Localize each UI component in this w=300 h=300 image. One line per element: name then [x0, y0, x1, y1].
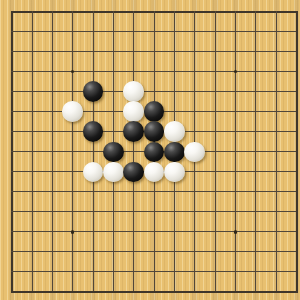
- intersection[interactable]: [42, 242, 62, 262]
- intersection[interactable]: [2, 282, 22, 300]
- intersection[interactable]: [2, 162, 22, 182]
- intersection[interactable]: [103, 242, 123, 262]
- intersection[interactable]: [266, 202, 286, 222]
- intersection[interactable]: [42, 162, 62, 182]
- intersection[interactable]: [2, 2, 22, 22]
- intersection[interactable]: [205, 82, 225, 102]
- intersection[interactable]: [22, 282, 42, 300]
- intersection[interactable]: [185, 182, 205, 202]
- intersection[interactable]: [185, 162, 205, 182]
- intersection[interactable]: [22, 242, 42, 262]
- intersection[interactable]: [286, 162, 300, 182]
- intersection[interactable]: [225, 222, 245, 242]
- intersection[interactable]: [205, 62, 225, 82]
- intersection[interactable]: [63, 22, 83, 42]
- white-stone: [144, 162, 165, 183]
- intersection[interactable]: [164, 82, 184, 102]
- intersection[interactable]: [266, 182, 286, 202]
- intersection[interactable]: [144, 22, 164, 42]
- intersection[interactable]: [205, 102, 225, 122]
- intersection[interactable]: [42, 222, 62, 242]
- intersection[interactable]: [63, 262, 83, 282]
- intersection[interactable]: [246, 242, 266, 262]
- intersection[interactable]: [22, 82, 42, 102]
- intersection[interactable]: [124, 162, 144, 182]
- intersection[interactable]: [286, 22, 300, 42]
- intersection[interactable]: [144, 62, 164, 82]
- intersection[interactable]: [83, 2, 103, 22]
- intersection[interactable]: [124, 102, 144, 122]
- intersection[interactable]: [164, 102, 184, 122]
- intersection[interactable]: [22, 262, 42, 282]
- intersection[interactable]: [2, 122, 22, 142]
- intersection[interactable]: [63, 142, 83, 162]
- intersection[interactable]: [144, 122, 164, 142]
- intersection[interactable]: [63, 2, 83, 22]
- intersection[interactable]: [185, 242, 205, 262]
- intersection[interactable]: [103, 162, 123, 182]
- intersection[interactable]: [246, 42, 266, 62]
- star-point: [71, 230, 74, 233]
- intersection[interactable]: [164, 282, 184, 300]
- intersection[interactable]: [246, 282, 266, 300]
- white-stone: [184, 142, 205, 163]
- intersection[interactable]: [266, 102, 286, 122]
- intersection[interactable]: [83, 242, 103, 262]
- intersection[interactable]: [185, 262, 205, 282]
- intersection[interactable]: [164, 222, 184, 242]
- intersection[interactable]: [22, 222, 42, 242]
- intersection[interactable]: [164, 162, 184, 182]
- intersection[interactable]: [83, 262, 103, 282]
- intersection[interactable]: [164, 142, 184, 162]
- intersection[interactable]: [205, 22, 225, 42]
- intersection[interactable]: [83, 182, 103, 202]
- intersection[interactable]: [144, 82, 164, 102]
- black-stone: [123, 121, 144, 142]
- intersection[interactable]: [42, 122, 62, 142]
- intersection[interactable]: [286, 122, 300, 142]
- intersection[interactable]: [42, 2, 62, 22]
- intersection[interactable]: [83, 82, 103, 102]
- intersection[interactable]: [205, 142, 225, 162]
- intersection[interactable]: [42, 262, 62, 282]
- intersection[interactable]: [164, 62, 184, 82]
- white-stone: [164, 121, 185, 142]
- intersection[interactable]: [124, 142, 144, 162]
- intersection[interactable]: [124, 222, 144, 242]
- intersection[interactable]: [144, 42, 164, 62]
- intersection[interactable]: [144, 242, 164, 262]
- intersection[interactable]: [83, 42, 103, 62]
- intersection[interactable]: [124, 262, 144, 282]
- intersection[interactable]: [266, 242, 286, 262]
- intersection[interactable]: [22, 2, 42, 22]
- intersection[interactable]: [266, 82, 286, 102]
- intersection[interactable]: [246, 22, 266, 42]
- intersection[interactable]: [164, 122, 184, 142]
- intersection[interactable]: [103, 42, 123, 62]
- intersection[interactable]: [103, 82, 123, 102]
- intersection[interactable]: [185, 142, 205, 162]
- intersection[interactable]: [225, 162, 245, 182]
- intersection[interactable]: [205, 2, 225, 22]
- intersection[interactable]: [83, 102, 103, 122]
- intersection[interactable]: [205, 222, 225, 242]
- white-stone: [103, 162, 124, 183]
- intersection[interactable]: [225, 262, 245, 282]
- intersection[interactable]: [205, 42, 225, 62]
- intersection[interactable]: [22, 62, 42, 82]
- star-point: [234, 230, 237, 233]
- intersection[interactable]: [225, 102, 245, 122]
- intersection[interactable]: [144, 282, 164, 300]
- intersection[interactable]: [246, 82, 266, 102]
- intersection[interactable]: [286, 42, 300, 62]
- intersection[interactable]: [164, 262, 184, 282]
- intersection[interactable]: [83, 62, 103, 82]
- intersection[interactable]: [103, 282, 123, 300]
- intersection[interactable]: [124, 22, 144, 42]
- intersection[interactable]: [63, 82, 83, 102]
- intersection[interactable]: [42, 282, 62, 300]
- intersection[interactable]: [286, 282, 300, 300]
- intersection[interactable]: [286, 262, 300, 282]
- intersection[interactable]: [22, 202, 42, 222]
- black-stone: [164, 142, 185, 163]
- intersection[interactable]: [124, 242, 144, 262]
- intersection[interactable]: [246, 222, 266, 242]
- intersection[interactable]: [266, 222, 286, 242]
- intersection[interactable]: [185, 102, 205, 122]
- intersection[interactable]: [63, 222, 83, 242]
- intersection[interactable]: [225, 22, 245, 42]
- intersection[interactable]: [205, 122, 225, 142]
- intersection[interactable]: [103, 262, 123, 282]
- intersection[interactable]: [103, 222, 123, 242]
- intersection[interactable]: [103, 22, 123, 42]
- white-stone: [123, 81, 144, 102]
- intersection[interactable]: [185, 2, 205, 22]
- intersection[interactable]: [22, 142, 42, 162]
- intersection[interactable]: [103, 202, 123, 222]
- intersection[interactable]: [144, 222, 164, 242]
- intersection[interactable]: [2, 42, 22, 62]
- go-board[interactable]: [0, 0, 300, 300]
- intersection[interactable]: [2, 82, 22, 102]
- intersection[interactable]: [42, 22, 62, 42]
- intersection[interactable]: [225, 142, 245, 162]
- intersection[interactable]: [2, 142, 22, 162]
- intersection[interactable]: [266, 2, 286, 22]
- intersection[interactable]: [164, 22, 184, 42]
- intersection[interactable]: [205, 262, 225, 282]
- intersection[interactable]: [286, 222, 300, 242]
- intersection[interactable]: [2, 262, 22, 282]
- intersection[interactable]: [164, 182, 184, 202]
- intersection[interactable]: [42, 102, 62, 122]
- intersection[interactable]: [63, 42, 83, 62]
- intersection[interactable]: [2, 242, 22, 262]
- black-stone: [83, 121, 104, 142]
- intersection[interactable]: [286, 142, 300, 162]
- intersection[interactable]: [22, 102, 42, 122]
- intersection[interactable]: [246, 122, 266, 142]
- intersection[interactable]: [286, 82, 300, 102]
- intersection[interactable]: [266, 22, 286, 42]
- intersection[interactable]: [124, 62, 144, 82]
- intersection[interactable]: [63, 162, 83, 182]
- intersection[interactable]: [2, 62, 22, 82]
- intersection[interactable]: [164, 242, 184, 262]
- board-intersections[interactable]: [2, 2, 300, 300]
- intersection[interactable]: [124, 282, 144, 300]
- intersection[interactable]: [83, 282, 103, 300]
- intersection[interactable]: [225, 2, 245, 22]
- intersection[interactable]: [63, 102, 83, 122]
- intersection[interactable]: [246, 262, 266, 282]
- intersection[interactable]: [124, 202, 144, 222]
- intersection[interactable]: [103, 182, 123, 202]
- intersection[interactable]: [286, 202, 300, 222]
- intersection[interactable]: [63, 242, 83, 262]
- intersection[interactable]: [42, 182, 62, 202]
- intersection[interactable]: [205, 242, 225, 262]
- intersection[interactable]: [185, 22, 205, 42]
- intersection[interactable]: [225, 82, 245, 102]
- intersection[interactable]: [144, 202, 164, 222]
- intersection[interactable]: [103, 102, 123, 122]
- intersection[interactable]: [266, 282, 286, 300]
- intersection[interactable]: [205, 282, 225, 300]
- intersection[interactable]: [2, 182, 22, 202]
- intersection[interactable]: [286, 2, 300, 22]
- intersection[interactable]: [103, 62, 123, 82]
- intersection[interactable]: [266, 142, 286, 162]
- white-stone: [164, 162, 185, 183]
- intersection[interactable]: [144, 262, 164, 282]
- black-stone: [103, 142, 124, 163]
- intersection[interactable]: [286, 62, 300, 82]
- intersection[interactable]: [225, 62, 245, 82]
- intersection[interactable]: [83, 202, 103, 222]
- intersection[interactable]: [225, 242, 245, 262]
- intersection[interactable]: [83, 122, 103, 142]
- intersection[interactable]: [144, 162, 164, 182]
- intersection[interactable]: [124, 182, 144, 202]
- intersection[interactable]: [42, 142, 62, 162]
- white-stone: [83, 162, 104, 183]
- intersection[interactable]: [185, 122, 205, 142]
- intersection[interactable]: [164, 2, 184, 22]
- intersection[interactable]: [22, 22, 42, 42]
- intersection[interactable]: [124, 2, 144, 22]
- intersection[interactable]: [266, 262, 286, 282]
- intersection[interactable]: [185, 42, 205, 62]
- intersection[interactable]: [246, 162, 266, 182]
- intersection[interactable]: [124, 122, 144, 142]
- star-point: [234, 70, 237, 73]
- intersection[interactable]: [42, 82, 62, 102]
- intersection[interactable]: [266, 42, 286, 62]
- black-stone: [83, 81, 104, 102]
- intersection[interactable]: [185, 282, 205, 300]
- intersection[interactable]: [103, 142, 123, 162]
- intersection[interactable]: [225, 42, 245, 62]
- white-stone: [62, 101, 83, 122]
- intersection[interactable]: [124, 82, 144, 102]
- intersection[interactable]: [42, 202, 62, 222]
- intersection[interactable]: [83, 142, 103, 162]
- intersection[interactable]: [63, 202, 83, 222]
- intersection[interactable]: [246, 2, 266, 22]
- intersection[interactable]: [83, 22, 103, 42]
- intersection[interactable]: [205, 162, 225, 182]
- intersection[interactable]: [246, 102, 266, 122]
- intersection[interactable]: [22, 42, 42, 62]
- intersection[interactable]: [144, 142, 164, 162]
- intersection[interactable]: [286, 182, 300, 202]
- intersection[interactable]: [246, 202, 266, 222]
- intersection[interactable]: [266, 122, 286, 142]
- intersection[interactable]: [124, 42, 144, 62]
- star-point: [71, 70, 74, 73]
- intersection[interactable]: [185, 82, 205, 102]
- intersection[interactable]: [164, 202, 184, 222]
- intersection[interactable]: [63, 282, 83, 300]
- intersection[interactable]: [185, 222, 205, 242]
- intersection[interactable]: [266, 162, 286, 182]
- intersection[interactable]: [164, 42, 184, 62]
- intersection[interactable]: [205, 182, 225, 202]
- intersection[interactable]: [2, 22, 22, 42]
- intersection[interactable]: [286, 242, 300, 262]
- intersection[interactable]: [144, 182, 164, 202]
- white-stone: [123, 101, 144, 122]
- intersection[interactable]: [144, 2, 164, 22]
- intersection[interactable]: [286, 102, 300, 122]
- intersection[interactable]: [144, 102, 164, 122]
- intersection[interactable]: [22, 162, 42, 182]
- black-stone: [144, 101, 165, 122]
- intersection[interactable]: [225, 282, 245, 300]
- intersection[interactable]: [103, 122, 123, 142]
- intersection[interactable]: [63, 182, 83, 202]
- intersection[interactable]: [225, 202, 245, 222]
- intersection[interactable]: [22, 182, 42, 202]
- intersection[interactable]: [2, 102, 22, 122]
- intersection[interactable]: [2, 202, 22, 222]
- intersection[interactable]: [83, 222, 103, 242]
- intersection[interactable]: [185, 202, 205, 222]
- intersection[interactable]: [185, 62, 205, 82]
- black-stone: [144, 121, 165, 142]
- intersection[interactable]: [246, 182, 266, 202]
- intersection[interactable]: [42, 62, 62, 82]
- intersection[interactable]: [103, 2, 123, 22]
- intersection[interactable]: [225, 182, 245, 202]
- intersection[interactable]: [225, 122, 245, 142]
- intersection[interactable]: [205, 202, 225, 222]
- intersection[interactable]: [2, 222, 22, 242]
- intersection[interactable]: [63, 62, 83, 82]
- intersection[interactable]: [22, 122, 42, 142]
- black-stone: [144, 142, 165, 163]
- intersection[interactable]: [63, 122, 83, 142]
- intersection[interactable]: [246, 62, 266, 82]
- intersection[interactable]: [266, 62, 286, 82]
- intersection[interactable]: [246, 142, 266, 162]
- intersection[interactable]: [42, 42, 62, 62]
- intersection[interactable]: [83, 162, 103, 182]
- black-stone: [123, 162, 144, 183]
